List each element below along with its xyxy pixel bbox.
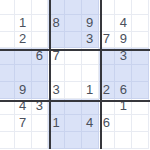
sudoku-screenshot: 18942379673931264317146	[0, 0, 150, 150]
given-digit: 3	[53, 82, 60, 98]
cell-r9c6[interactable]	[82, 132, 99, 149]
cell-r5c6[interactable]	[82, 65, 99, 82]
given-digit: 2	[19, 31, 26, 47]
cell-r6c3[interactable]	[32, 82, 49, 99]
cell-r2c8[interactable]: 4	[115, 15, 132, 32]
cell-r5c9[interactable]	[132, 65, 149, 82]
cell-r6c1[interactable]	[0, 82, 15, 99]
given-digit: 6	[120, 82, 127, 98]
given-digit: 1	[86, 82, 93, 98]
cell-r1c9[interactable]	[132, 0, 149, 15]
sudoku-board: 18942379673931264317146	[0, 0, 149, 149]
cell-r3c2[interactable]: 2	[15, 32, 32, 49]
cell-r3c1[interactable]	[0, 32, 15, 49]
cell-r8c1[interactable]	[0, 115, 15, 132]
cell-r9c3[interactable]	[32, 132, 49, 149]
cell-r8c8[interactable]	[115, 115, 132, 132]
cell-r8c9[interactable]	[132, 115, 149, 132]
cell-r3c9[interactable]	[132, 32, 149, 49]
cell-r1c8[interactable]	[115, 0, 132, 15]
given-digit: 4	[120, 15, 127, 31]
box-divider-horizontal-top	[0, 49, 150, 51]
cell-r8c5[interactable]	[65, 115, 82, 132]
cell-r2c5[interactable]	[65, 15, 82, 32]
cell-r3c8[interactable]: 9	[115, 32, 132, 49]
cell-r6c2[interactable]: 9	[15, 82, 32, 99]
cell-r1c1[interactable]	[0, 0, 15, 15]
cell-r2c2[interactable]: 1	[15, 15, 32, 32]
cell-r8c3[interactable]	[32, 115, 49, 132]
cell-r9c1[interactable]	[0, 132, 15, 149]
given-digit: 7	[103, 31, 110, 47]
cell-r2c1[interactable]	[0, 15, 15, 32]
given-digit: 3	[86, 31, 93, 47]
given-digit: 9	[19, 82, 26, 98]
cell-r5c8[interactable]	[115, 65, 132, 82]
cell-r3c5[interactable]	[65, 32, 82, 49]
given-digit: 7	[19, 115, 26, 131]
given-digit: 8	[53, 15, 60, 31]
given-digit: 1	[53, 115, 60, 131]
given-digit: 9	[120, 31, 127, 47]
cell-r6c6[interactable]: 1	[82, 82, 99, 99]
given-digit: 1	[19, 15, 26, 31]
given-digit: 2	[103, 82, 110, 98]
box-divider-vertical-left	[49, 0, 51, 149]
cell-r5c2[interactable]	[15, 65, 32, 82]
cell-r1c5[interactable]	[65, 0, 82, 15]
cell-r6c9[interactable]	[132, 82, 149, 99]
cell-r6c5[interactable]	[65, 82, 82, 99]
cell-r2c3[interactable]	[32, 15, 49, 32]
cell-r9c2[interactable]	[15, 132, 32, 149]
box-divider-horizontal-bottom	[0, 100, 150, 102]
cell-r9c5[interactable]	[65, 132, 82, 149]
given-digit: 4	[86, 115, 93, 131]
cell-r5c5[interactable]	[65, 65, 82, 82]
cell-r1c2[interactable]	[15, 0, 32, 15]
box-divider-vertical-right	[100, 0, 102, 149]
given-digit: 9	[86, 15, 93, 31]
cell-r1c3[interactable]	[32, 0, 49, 15]
cell-r6c8[interactable]: 6	[115, 82, 132, 99]
cell-r2c9[interactable]	[132, 15, 149, 32]
cell-r3c6[interactable]: 3	[82, 32, 99, 49]
cell-r5c3[interactable]	[32, 65, 49, 82]
given-digit: 6	[103, 115, 110, 131]
cell-r8c6[interactable]: 4	[82, 115, 99, 132]
cell-r3c3[interactable]	[32, 32, 49, 49]
cell-r5c1[interactable]	[0, 65, 15, 82]
cell-r2c6[interactable]: 9	[82, 15, 99, 32]
cell-r9c9[interactable]	[132, 132, 149, 149]
cell-r1c6[interactable]	[82, 0, 99, 15]
cell-r8c2[interactable]: 7	[15, 115, 32, 132]
cell-r9c8[interactable]	[115, 132, 132, 149]
